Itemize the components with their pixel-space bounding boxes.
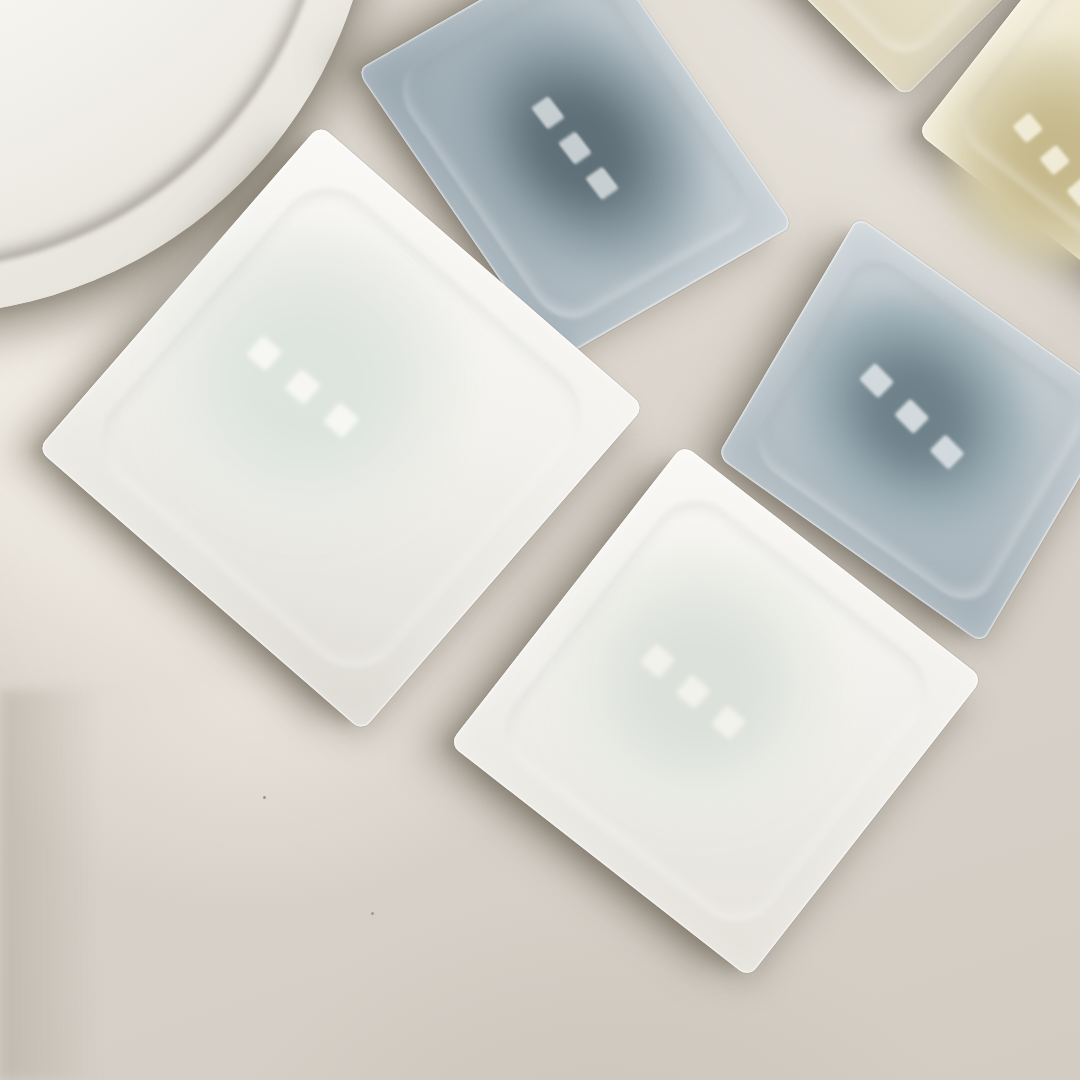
raised-dot xyxy=(531,96,565,130)
dust-speck xyxy=(263,796,266,799)
raised-dot xyxy=(585,166,619,200)
raised-dot xyxy=(1012,112,1043,143)
raised-dot xyxy=(1039,145,1070,176)
raised-dot xyxy=(246,335,283,372)
raised-dot xyxy=(323,402,360,439)
photo-scene xyxy=(0,0,1080,1080)
raised-dot xyxy=(558,131,592,165)
raised-dot xyxy=(640,643,675,678)
raised-dot xyxy=(675,674,710,709)
raised-dots xyxy=(640,643,746,740)
raised-dots xyxy=(859,363,965,470)
raised-dots xyxy=(531,96,619,200)
table-reflection xyxy=(0,690,100,1080)
raised-dot xyxy=(929,434,964,470)
raised-dots xyxy=(246,335,360,439)
raised-dot xyxy=(859,363,894,399)
raised-dot xyxy=(284,368,321,405)
raised-dot xyxy=(894,398,929,434)
raised-dot xyxy=(1066,177,1080,208)
raised-dot xyxy=(711,705,746,740)
